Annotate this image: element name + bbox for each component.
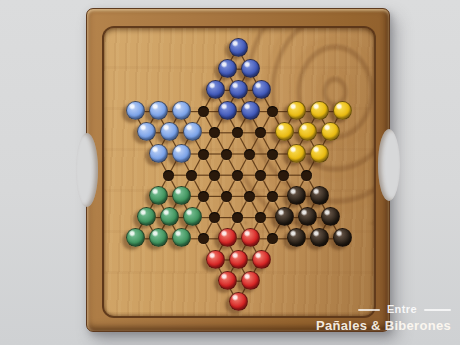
hole[interactable] <box>267 149 278 160</box>
peg-blue[interactable] <box>241 101 260 120</box>
peg-red[interactable] <box>218 228 237 247</box>
peg-black[interactable] <box>275 207 294 226</box>
hole[interactable] <box>209 170 220 181</box>
peg-red[interactable] <box>241 228 260 247</box>
peg-red[interactable] <box>241 271 260 290</box>
peg-black[interactable] <box>298 207 317 226</box>
watermark-top-line: Entre <box>316 303 451 316</box>
peg-yellow[interactable] <box>310 101 329 120</box>
hole[interactable] <box>301 170 312 181</box>
watermark-brand-bottom: Pañales & Biberones <box>316 318 451 333</box>
watermark-rule-right <box>424 309 451 311</box>
watermark-rule-left <box>358 309 380 311</box>
peg-green[interactable] <box>172 186 191 205</box>
hole[interactable] <box>163 170 174 181</box>
peg-black[interactable] <box>287 186 306 205</box>
peg-red[interactable] <box>252 250 271 269</box>
peg-light-blue[interactable] <box>149 101 168 120</box>
peg-black[interactable] <box>310 228 329 247</box>
peg-red[interactable] <box>229 292 248 311</box>
peg-black[interactable] <box>310 186 329 205</box>
peg-black[interactable] <box>321 207 340 226</box>
peg-black[interactable] <box>333 228 352 247</box>
peg-red[interactable] <box>229 250 248 269</box>
hole[interactable] <box>267 106 278 117</box>
watermark: Entre Pañales & Biberones <box>316 303 451 333</box>
hole[interactable] <box>244 149 255 160</box>
hole[interactable] <box>198 149 209 160</box>
hole[interactable] <box>267 191 278 202</box>
peg-green[interactable] <box>183 207 202 226</box>
hole[interactable] <box>244 191 255 202</box>
hole[interactable] <box>198 233 209 244</box>
hole[interactable] <box>198 191 209 202</box>
peg-blue[interactable] <box>218 59 237 78</box>
peg-green[interactable] <box>126 228 145 247</box>
peg-green[interactable] <box>137 207 156 226</box>
hole[interactable] <box>255 170 266 181</box>
peg-light-blue[interactable] <box>172 144 191 163</box>
peg-light-blue[interactable] <box>172 101 191 120</box>
peg-light-blue[interactable] <box>126 101 145 120</box>
hole[interactable] <box>221 149 232 160</box>
watermark-brand-top: Entre <box>387 303 417 316</box>
photo-scene: Entre Pañales & Biberones <box>0 0 460 345</box>
game-box <box>86 8 390 332</box>
hole[interactable] <box>278 170 289 181</box>
peg-blue[interactable] <box>252 80 271 99</box>
peg-yellow[interactable] <box>333 101 352 120</box>
peg-yellow[interactable] <box>287 101 306 120</box>
peg-blue[interactable] <box>218 101 237 120</box>
peg-red[interactable] <box>206 250 225 269</box>
peg-blue[interactable] <box>229 38 248 57</box>
peg-blue[interactable] <box>229 80 248 99</box>
hole[interactable] <box>198 106 209 117</box>
finger-notch-left <box>76 133 98 207</box>
finger-notch-right <box>378 129 400 201</box>
hole[interactable] <box>186 170 197 181</box>
peg-yellow[interactable] <box>310 144 329 163</box>
hole[interactable] <box>267 233 278 244</box>
hole[interactable] <box>232 170 243 181</box>
peg-green[interactable] <box>149 186 168 205</box>
hole[interactable] <box>221 191 232 202</box>
peg-green[interactable] <box>149 228 168 247</box>
peg-light-blue[interactable] <box>149 144 168 163</box>
peg-blue[interactable] <box>241 59 260 78</box>
peg-yellow[interactable] <box>287 144 306 163</box>
peg-blue[interactable] <box>206 80 225 99</box>
peg-green[interactable] <box>172 228 191 247</box>
peg-green[interactable] <box>160 207 179 226</box>
peg-red[interactable] <box>218 271 237 290</box>
peg-black[interactable] <box>287 228 306 247</box>
